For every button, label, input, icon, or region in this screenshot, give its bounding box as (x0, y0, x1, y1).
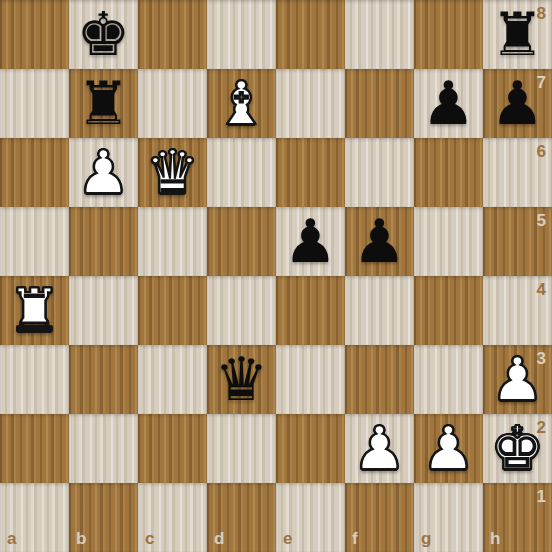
square-h7[interactable]: 7♟ (483, 69, 552, 138)
file-label-a: a (7, 529, 16, 549)
square-h6[interactable]: 6 (483, 138, 552, 207)
square-e8[interactable] (276, 0, 345, 69)
file-label-f: f (352, 529, 358, 549)
square-a1[interactable]: a (0, 483, 69, 552)
square-e6[interactable] (276, 138, 345, 207)
square-e4[interactable] (276, 276, 345, 345)
square-c6[interactable]: ♛ (138, 138, 207, 207)
square-g2[interactable]: ♟ (414, 414, 483, 483)
piece-white-king[interactable]: ♚ (491, 414, 545, 483)
piece-white-pawn[interactable]: ♟ (491, 345, 545, 414)
chess-board: ♚8♜♜♝♟7♟♟♛6♟♟5♜4♛3♟♟♟2♚abcdefg1h (0, 0, 552, 552)
square-b2[interactable] (69, 414, 138, 483)
square-g3[interactable] (414, 345, 483, 414)
file-label-d: d (214, 529, 224, 549)
square-g1[interactable]: g (414, 483, 483, 552)
square-g7[interactable]: ♟ (414, 69, 483, 138)
square-f5[interactable]: ♟ (345, 207, 414, 276)
square-f7[interactable] (345, 69, 414, 138)
rank-label-4: 4 (537, 280, 546, 300)
square-c4[interactable] (138, 276, 207, 345)
file-label-g: g (421, 529, 431, 549)
square-d7[interactable]: ♝ (207, 69, 276, 138)
square-c1[interactable]: c (138, 483, 207, 552)
square-d2[interactable] (207, 414, 276, 483)
square-g5[interactable] (414, 207, 483, 276)
file-label-c: c (145, 529, 154, 549)
square-f4[interactable] (345, 276, 414, 345)
square-h1[interactable]: 1h (483, 483, 552, 552)
square-d3[interactable]: ♛ (207, 345, 276, 414)
piece-black-pawn[interactable]: ♟ (422, 69, 476, 138)
square-e2[interactable] (276, 414, 345, 483)
square-c5[interactable] (138, 207, 207, 276)
square-e3[interactable] (276, 345, 345, 414)
square-b6[interactable]: ♟ (69, 138, 138, 207)
rank-label-6: 6 (537, 142, 546, 162)
square-b8[interactable]: ♚ (69, 0, 138, 69)
square-h8[interactable]: 8♜ (483, 0, 552, 69)
square-e1[interactable]: e (276, 483, 345, 552)
square-c2[interactable] (138, 414, 207, 483)
square-b7[interactable]: ♜ (69, 69, 138, 138)
square-f6[interactable] (345, 138, 414, 207)
square-b5[interactable] (69, 207, 138, 276)
square-a7[interactable] (0, 69, 69, 138)
piece-black-pawn[interactable]: ♟ (284, 207, 338, 276)
square-a8[interactable] (0, 0, 69, 69)
square-h4[interactable]: 4 (483, 276, 552, 345)
piece-black-pawn[interactable]: ♟ (353, 207, 407, 276)
square-e5[interactable]: ♟ (276, 207, 345, 276)
square-b1[interactable]: b (69, 483, 138, 552)
piece-white-queen[interactable]: ♛ (146, 138, 200, 207)
square-c3[interactable] (138, 345, 207, 414)
square-c8[interactable] (138, 0, 207, 69)
square-d8[interactable] (207, 0, 276, 69)
square-a5[interactable] (0, 207, 69, 276)
file-label-h: h (490, 529, 500, 549)
square-e7[interactable] (276, 69, 345, 138)
square-f8[interactable] (345, 0, 414, 69)
piece-white-rook[interactable]: ♜ (8, 276, 62, 345)
square-a3[interactable] (0, 345, 69, 414)
square-a4[interactable]: ♜ (0, 276, 69, 345)
piece-white-pawn[interactable]: ♟ (422, 414, 476, 483)
square-c7[interactable] (138, 69, 207, 138)
square-f3[interactable] (345, 345, 414, 414)
square-g6[interactable] (414, 138, 483, 207)
square-b3[interactable] (69, 345, 138, 414)
piece-white-pawn[interactable]: ♟ (353, 414, 407, 483)
square-h3[interactable]: 3♟ (483, 345, 552, 414)
square-f2[interactable]: ♟ (345, 414, 414, 483)
piece-black-queen[interactable]: ♛ (215, 345, 269, 414)
rank-label-1: 1 (537, 487, 546, 507)
piece-black-pawn[interactable]: ♟ (491, 69, 545, 138)
square-b4[interactable] (69, 276, 138, 345)
square-h5[interactable]: 5 (483, 207, 552, 276)
square-d1[interactable]: d (207, 483, 276, 552)
square-a2[interactable] (0, 414, 69, 483)
square-f1[interactable]: f (345, 483, 414, 552)
piece-black-king[interactable]: ♚ (77, 0, 131, 69)
piece-white-pawn[interactable]: ♟ (77, 138, 131, 207)
rank-label-5: 5 (537, 211, 546, 231)
square-h2[interactable]: 2♚ (483, 414, 552, 483)
piece-black-rook[interactable]: ♜ (77, 69, 131, 138)
square-a6[interactable] (0, 138, 69, 207)
square-d4[interactable] (207, 276, 276, 345)
file-label-b: b (76, 529, 86, 549)
piece-white-bishop[interactable]: ♝ (215, 69, 269, 138)
square-d6[interactable] (207, 138, 276, 207)
file-label-e: e (283, 529, 292, 549)
piece-black-rook[interactable]: ♜ (491, 0, 545, 69)
square-g8[interactable] (414, 0, 483, 69)
square-g4[interactable] (414, 276, 483, 345)
square-d5[interactable] (207, 207, 276, 276)
